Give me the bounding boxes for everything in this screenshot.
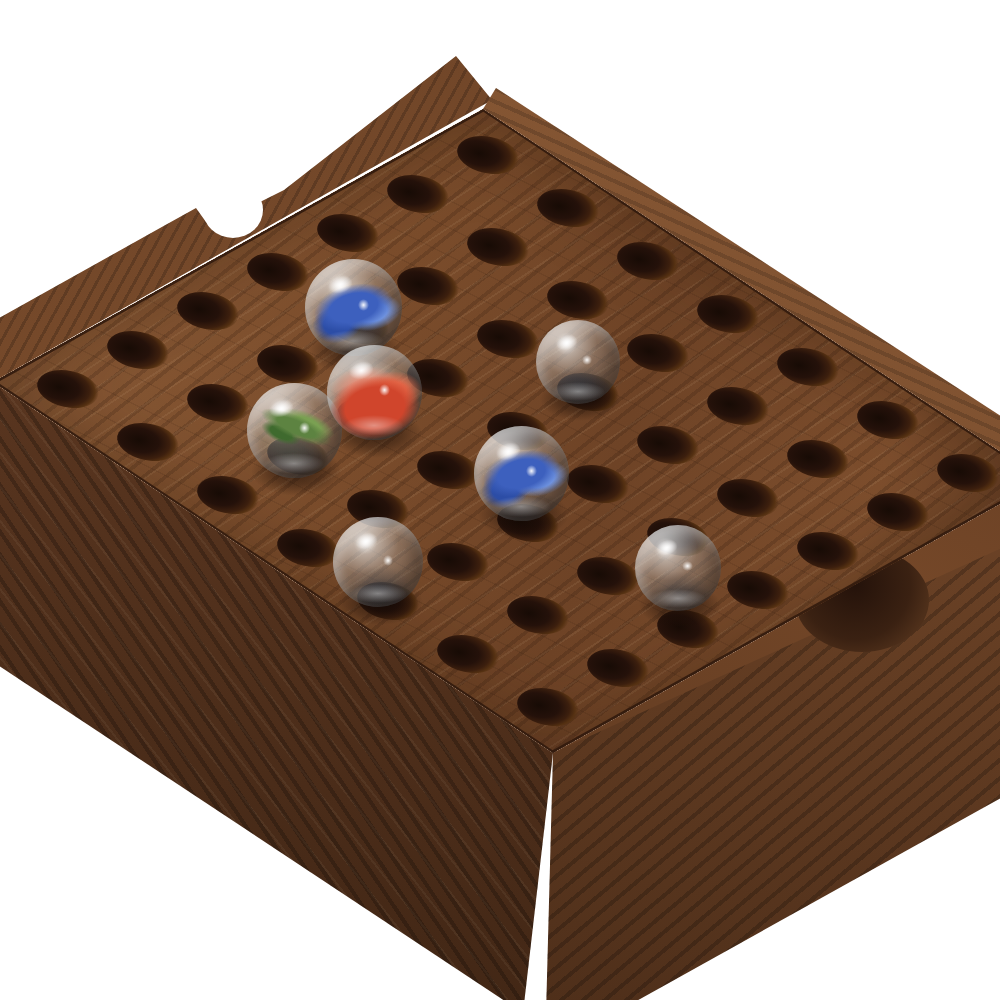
hole-r3c6[interactable] bbox=[535, 273, 622, 326]
hole-r7c4[interactable] bbox=[715, 563, 802, 616]
hole-r1c7[interactable] bbox=[445, 128, 532, 181]
hole-r6c2[interactable] bbox=[495, 588, 582, 641]
hole-r4c7[interactable] bbox=[685, 287, 772, 340]
marble-base-light-icon bbox=[551, 382, 605, 400]
marble-clear-2 (r5c1)[interactable] bbox=[333, 517, 423, 607]
marble-glint-icon bbox=[299, 422, 310, 433]
marble-clear-3 (r6c4)[interactable] bbox=[635, 525, 721, 611]
marble-glint-icon bbox=[526, 465, 537, 476]
hole-r1c1[interactable] bbox=[25, 362, 112, 415]
hole-r2c1[interactable] bbox=[105, 415, 192, 468]
hole-r6c6[interactable] bbox=[775, 432, 862, 485]
hole-r7c6[interactable] bbox=[855, 485, 942, 538]
marble-glint-icon bbox=[383, 555, 394, 566]
hole-r2c6[interactable] bbox=[455, 220, 542, 273]
hole-r1c6[interactable] bbox=[375, 167, 462, 220]
hole-r1c3[interactable] bbox=[165, 284, 252, 337]
marble-base-light-icon bbox=[650, 589, 705, 608]
marble-base-light-icon bbox=[264, 453, 325, 474]
hole-r1c5[interactable] bbox=[305, 206, 392, 259]
marble-glint-icon bbox=[682, 561, 692, 571]
hole-r6c5[interactable] bbox=[705, 471, 792, 524]
marble-glint-icon bbox=[379, 384, 390, 395]
hole-r7c1[interactable] bbox=[505, 680, 592, 733]
marble-red-1 (r3c3)[interactable] bbox=[327, 345, 422, 440]
hole-r7c5[interactable] bbox=[785, 524, 872, 577]
hole-r4c6[interactable] bbox=[615, 326, 702, 379]
hole-r1c2[interactable] bbox=[95, 323, 182, 376]
hole-r5c6[interactable] bbox=[695, 379, 782, 432]
product-photo-scene bbox=[0, 0, 1000, 1000]
hole-r2c7[interactable] bbox=[525, 181, 612, 234]
hole-r5c5[interactable] bbox=[625, 418, 712, 471]
marble-blue-2 (r5c3)[interactable] bbox=[474, 426, 569, 521]
hole-r6c7[interactable] bbox=[845, 393, 932, 446]
marble-blue-1 (r2c4)[interactable] bbox=[305, 259, 402, 356]
marble-base-light-icon bbox=[344, 415, 405, 436]
marble-base-light-icon bbox=[491, 496, 552, 517]
marble-glint-icon bbox=[358, 299, 370, 311]
hole-r5c2[interactable] bbox=[415, 535, 502, 588]
hole-r3c7[interactable] bbox=[605, 234, 692, 287]
hole-r7c7[interactable] bbox=[925, 446, 1000, 499]
marble-glint-icon bbox=[582, 355, 592, 365]
marble-base-light-icon bbox=[349, 584, 407, 604]
marble-clear-1 (r4c5)[interactable] bbox=[536, 320, 620, 404]
back-wall-thumb-notch-icon bbox=[203, 182, 263, 238]
hole-r5c7[interactable] bbox=[765, 340, 852, 393]
hole-r6c1[interactable] bbox=[425, 627, 512, 680]
hole-r7c2[interactable] bbox=[575, 641, 662, 694]
